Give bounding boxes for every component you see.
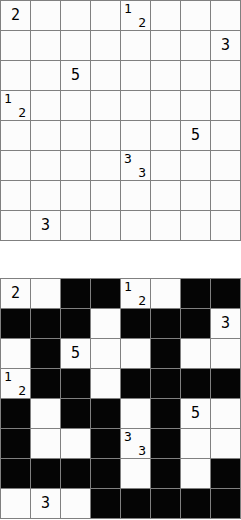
empty-cell-r0c2	[61, 1, 90, 30]
empty-cell-r5c6	[181, 429, 210, 458]
empty-cell-r3c3	[91, 91, 120, 120]
empty-cell-r5c1	[31, 429, 60, 458]
clue-cell-r0c4: 12	[121, 279, 150, 308]
empty-cell-r5c7	[211, 429, 240, 458]
empty-cell-r5c3	[91, 151, 120, 180]
clue-cell-r3c0: 12	[1, 91, 30, 120]
empty-cell-r3c2	[61, 91, 90, 120]
clue-value: 3	[221, 316, 230, 331]
shaded-cell-r5c5	[151, 429, 180, 458]
clue-value: 3	[41, 218, 50, 233]
tapa-solution-grid: 21235125333	[0, 278, 241, 519]
clue-value: 5	[191, 406, 200, 421]
empty-cell-r2c4	[121, 339, 150, 368]
empty-cell-r1c0	[1, 31, 30, 60]
empty-cell-r5c6	[181, 151, 210, 180]
empty-cell-r3c6	[181, 91, 210, 120]
clue-cell-r2c2: 5	[61, 61, 90, 90]
empty-cell-r4c1	[31, 121, 60, 150]
clue-cell-r1c7: 3	[211, 309, 240, 338]
empty-cell-r1c4	[121, 31, 150, 60]
shaded-cell-r6c2	[61, 459, 90, 488]
clue-cell-r7c1: 3	[31, 211, 60, 240]
shaded-cell-r2c1	[31, 339, 60, 368]
clue-cell-r7c1: 3	[31, 489, 60, 518]
empty-cell-r2c0	[1, 61, 30, 90]
clue-value-second: 2	[18, 106, 26, 119]
empty-cell-r0c5	[151, 1, 180, 30]
clue-cell-r5c4: 33	[121, 429, 150, 458]
clue-value: 5	[71, 68, 80, 83]
empty-cell-r4c4	[121, 399, 150, 428]
empty-cell-r7c4	[121, 211, 150, 240]
empty-cell-r3c1	[31, 91, 60, 120]
clue-cell-r0c0: 2	[1, 1, 30, 30]
clue-cell-r2c2: 5	[61, 339, 90, 368]
empty-cell-r0c7	[211, 1, 240, 30]
empty-cell-r7c6	[181, 211, 210, 240]
shaded-cell-r6c5	[151, 459, 180, 488]
shaded-cell-r4c0	[1, 399, 30, 428]
clue-value-second: 3	[138, 444, 146, 457]
empty-cell-r1c1	[31, 31, 60, 60]
empty-cell-r2c3	[91, 61, 120, 90]
empty-cell-r2c0	[1, 339, 30, 368]
empty-cell-r2c5	[151, 61, 180, 90]
clue-cell-r0c0: 2	[1, 279, 30, 308]
empty-cell-r4c5	[151, 121, 180, 150]
empty-cell-r0c3	[91, 1, 120, 30]
empty-cell-r4c1	[31, 399, 60, 428]
empty-cell-r2c4	[121, 61, 150, 90]
shaded-cell-r6c0	[1, 459, 30, 488]
empty-cell-r6c0	[1, 181, 30, 210]
clue-value: 5	[191, 128, 200, 143]
clue-value: 3	[41, 496, 50, 511]
clue-value-first: 3	[124, 430, 132, 443]
empty-cell-r0c1	[31, 279, 60, 308]
empty-cell-r6c2	[61, 181, 90, 210]
clue-value-second: 2	[138, 294, 146, 307]
shaded-cell-r3c1	[31, 369, 60, 398]
empty-cell-r6c1	[31, 181, 60, 210]
shaded-cell-r7c4	[121, 489, 150, 518]
clue-value: 2	[11, 286, 20, 301]
empty-cell-r7c0	[1, 211, 30, 240]
clue-value-first: 1	[124, 280, 132, 293]
shaded-cell-r6c3	[91, 459, 120, 488]
empty-cell-r7c2	[61, 489, 90, 518]
shaded-cell-r1c5	[151, 309, 180, 338]
empty-cell-r5c0	[1, 151, 30, 180]
shaded-cell-r7c5	[151, 489, 180, 518]
empty-cell-r6c5	[151, 181, 180, 210]
empty-cell-r4c3	[91, 121, 120, 150]
empty-cell-r5c5	[151, 151, 180, 180]
empty-cell-r4c2	[61, 121, 90, 150]
shaded-cell-r1c1	[31, 309, 60, 338]
empty-cell-r2c7	[211, 339, 240, 368]
shaded-cell-r1c6	[181, 309, 210, 338]
empty-cell-r5c2	[61, 429, 90, 458]
shaded-cell-r3c6	[181, 369, 210, 398]
empty-cell-r4c0	[1, 121, 30, 150]
shaded-cell-r0c7	[211, 279, 240, 308]
tapa-diagram-page: 21235125333 21235125333	[0, 0, 241, 519]
empty-cell-r0c6	[181, 1, 210, 30]
empty-cell-r4c7	[211, 121, 240, 150]
empty-cell-r5c1	[31, 151, 60, 180]
empty-cell-r2c6	[181, 61, 210, 90]
empty-cell-r2c7	[211, 61, 240, 90]
shaded-cell-r0c3	[91, 279, 120, 308]
empty-cell-r5c2	[61, 151, 90, 180]
clue-cell-r4c6: 5	[181, 399, 210, 428]
clue-cell-r3c0: 12	[1, 369, 30, 398]
shaded-cell-r7c6	[181, 489, 210, 518]
empty-cell-r4c7	[211, 399, 240, 428]
empty-cell-r6c4	[121, 181, 150, 210]
shaded-cell-r1c2	[61, 309, 90, 338]
shaded-cell-r3c7	[211, 369, 240, 398]
empty-cell-r2c1	[31, 61, 60, 90]
empty-cell-r2c6	[181, 339, 210, 368]
empty-cell-r4c4	[121, 121, 150, 150]
shaded-cell-r3c4	[121, 369, 150, 398]
clue-value-second: 3	[138, 166, 146, 179]
shaded-cell-r0c6	[181, 279, 210, 308]
empty-cell-r6c4	[121, 459, 150, 488]
empty-cell-r7c7	[211, 211, 240, 240]
empty-cell-r3c3	[91, 369, 120, 398]
empty-cell-r3c5	[151, 91, 180, 120]
clue-value-first: 1	[124, 2, 132, 15]
clue-cell-r0c4: 12	[121, 1, 150, 30]
empty-cell-r1c6	[181, 31, 210, 60]
empty-cell-r3c7	[211, 91, 240, 120]
shaded-cell-r5c3	[91, 429, 120, 458]
clue-cell-r1c7: 3	[211, 31, 240, 60]
clue-cell-r5c4: 33	[121, 151, 150, 180]
empty-cell-r6c7	[211, 181, 240, 210]
empty-cell-r7c5	[151, 211, 180, 240]
shaded-cell-r5c0	[1, 429, 30, 458]
empty-cell-r2c3	[91, 339, 120, 368]
clue-value: 2	[11, 8, 20, 23]
empty-cell-r6c6	[181, 181, 210, 210]
empty-cell-r6c6	[181, 459, 210, 488]
tapa-puzzle-grid: 21235125333	[0, 0, 241, 241]
shaded-cell-r3c5	[151, 369, 180, 398]
empty-cell-r5c7	[211, 151, 240, 180]
empty-cell-r1c5	[151, 31, 180, 60]
shaded-cell-r4c5	[151, 399, 180, 428]
clue-value: 3	[221, 38, 230, 53]
empty-cell-r1c2	[61, 31, 90, 60]
clue-value-second: 2	[18, 384, 26, 397]
empty-cell-r7c2	[61, 211, 90, 240]
shaded-cell-r1c4	[121, 309, 150, 338]
empty-cell-r6c3	[91, 181, 120, 210]
shaded-cell-r0c2	[61, 279, 90, 308]
clue-value-second: 2	[138, 16, 146, 29]
empty-cell-r1c3	[91, 31, 120, 60]
shaded-cell-r6c7	[211, 459, 240, 488]
shaded-cell-r3c2	[61, 369, 90, 398]
shaded-cell-r2c5	[151, 339, 180, 368]
empty-cell-r0c5	[151, 279, 180, 308]
clue-cell-r4c6: 5	[181, 121, 210, 150]
clue-value-first: 3	[124, 152, 132, 165]
shaded-cell-r1c0	[1, 309, 30, 338]
empty-cell-r0c1	[31, 1, 60, 30]
clue-value: 5	[71, 346, 80, 361]
empty-cell-r1c3	[91, 309, 120, 338]
empty-cell-r3c4	[121, 91, 150, 120]
empty-cell-r7c3	[91, 211, 120, 240]
shaded-cell-r7c7	[211, 489, 240, 518]
clue-value-first: 1	[4, 92, 12, 105]
shaded-cell-r7c3	[91, 489, 120, 518]
empty-cell-r7c0	[1, 489, 30, 518]
shaded-cell-r6c1	[31, 459, 60, 488]
shaded-cell-r4c2	[61, 399, 90, 428]
shaded-cell-r4c3	[91, 399, 120, 428]
clue-value-first: 1	[4, 370, 12, 383]
